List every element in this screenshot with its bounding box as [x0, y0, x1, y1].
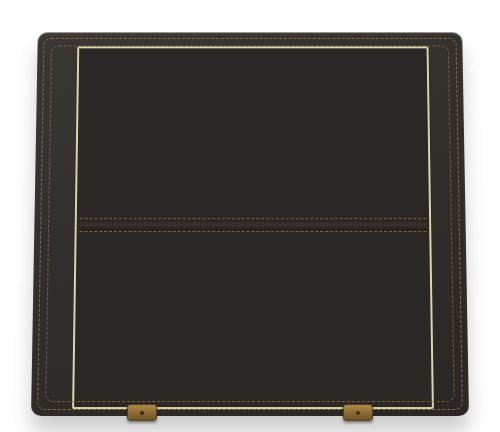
chess-board-bottom-half[interactable] — [77, 232, 429, 404]
chess-board-top-half[interactable] — [80, 51, 426, 218]
board-frame — [72, 46, 434, 409]
product-photo — [0, 0, 500, 432]
clasp-right[interactable] — [343, 404, 373, 421]
chess-case — [31, 32, 469, 416]
clasp-left[interactable] — [127, 404, 157, 421]
hinge-band — [80, 218, 427, 231]
